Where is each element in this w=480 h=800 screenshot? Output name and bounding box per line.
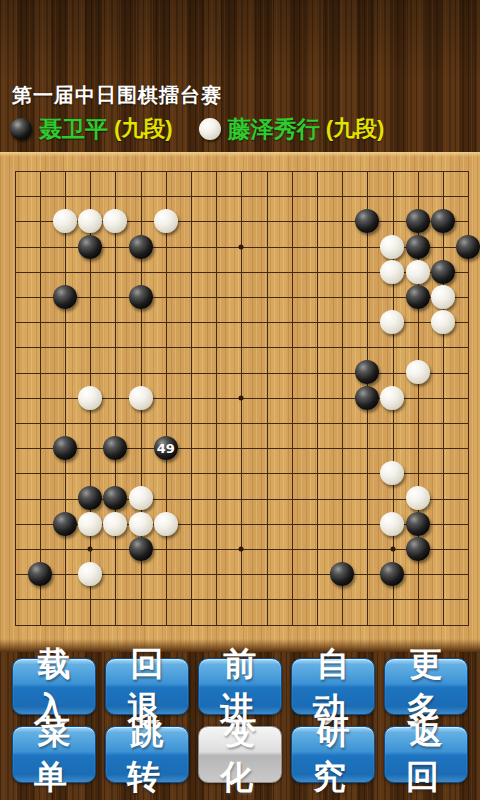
white-stone: [380, 386, 404, 410]
white-stone: [380, 260, 404, 284]
go-board[interactable]: 49: [0, 152, 480, 652]
white-stone: [103, 512, 127, 536]
white-stone: [154, 209, 178, 233]
white-stone: [380, 461, 404, 485]
white-player-name: 藤泽秀行: [228, 114, 320, 145]
white-stone: [78, 209, 102, 233]
forward-button[interactable]: 前进: [198, 658, 282, 715]
black-player-name: 聂卫平: [39, 114, 108, 145]
white-stone: [406, 360, 430, 384]
white-stone: [78, 562, 102, 586]
black-stone: [78, 235, 102, 259]
black-stone: [406, 209, 430, 233]
white-stone: [129, 486, 153, 510]
black-stone-last-move: 49: [154, 436, 178, 460]
toolbar: 载入 回退 前进 自动 更多 菜单 跳转 变化 研究 返回: [12, 658, 468, 783]
black-stone: [355, 386, 379, 410]
black-stone: [406, 537, 430, 561]
black-stone: [129, 235, 153, 259]
black-stone: [406, 285, 430, 309]
white-stone: [431, 310, 455, 334]
undo-button[interactable]: 回退: [105, 658, 189, 715]
study-button[interactable]: 研究: [291, 726, 375, 783]
white-stone: [380, 512, 404, 536]
white-player-rank: (九段): [326, 114, 385, 144]
page-title: 第一届中日围棋擂台赛: [12, 82, 222, 109]
black-stone: [53, 436, 77, 460]
white-stone-icon: [199, 118, 221, 140]
black-stone: [406, 512, 430, 536]
jump-button[interactable]: 跳转: [105, 726, 189, 783]
black-stone: [380, 562, 404, 586]
black-stone: [431, 209, 455, 233]
black-stone: [406, 235, 430, 259]
load-button[interactable]: 载入: [12, 658, 96, 715]
black-stone: [355, 209, 379, 233]
stone-grid: 49: [2, 158, 480, 637]
black-stone: [431, 260, 455, 284]
black-stone: [103, 436, 127, 460]
black-stone: [355, 360, 379, 384]
black-stone: [456, 235, 480, 259]
black-stone: [103, 486, 127, 510]
white-stone: [78, 512, 102, 536]
white-stone: [431, 285, 455, 309]
white-stone: [103, 209, 127, 233]
black-stone: [78, 486, 102, 510]
white-stone: [129, 512, 153, 536]
white-stone: [78, 386, 102, 410]
return-button[interactable]: 返回: [384, 726, 468, 783]
black-player-rank: (九段): [114, 114, 173, 144]
black-stone: [28, 562, 52, 586]
variation-button[interactable]: 变化: [198, 726, 282, 783]
auto-button[interactable]: 自动: [291, 658, 375, 715]
white-stone: [380, 235, 404, 259]
black-stone: [330, 562, 354, 586]
app-screen: { "game": "go", "header": { "title": "第一…: [0, 0, 480, 800]
white-stone: [154, 512, 178, 536]
black-stone: [129, 285, 153, 309]
black-stone: [53, 285, 77, 309]
more-button[interactable]: 更多: [384, 658, 468, 715]
menu-button[interactable]: 菜单: [12, 726, 96, 783]
white-stone: [406, 260, 430, 284]
white-stone: [129, 386, 153, 410]
black-stone: [129, 537, 153, 561]
white-stone: [380, 310, 404, 334]
players-bar: 聂卫平 (九段) 藤泽秀行 (九段): [10, 114, 384, 144]
black-stone: [53, 512, 77, 536]
white-stone: [53, 209, 77, 233]
black-stone-icon: [10, 118, 32, 140]
white-stone: [406, 486, 430, 510]
